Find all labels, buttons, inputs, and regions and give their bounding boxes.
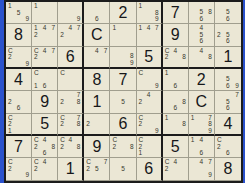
candidate-marks: C29 [6,158,31,179]
candidate-mark [112,60,119,67]
candidate-mark [48,61,55,66]
cell-r1c5[interactable]: 2 [110,2,136,24]
candidate-mark: 6 [198,16,205,23]
cell-r1c6[interactable]: 189 [137,2,163,24]
candidate-mark [152,150,159,157]
cell-r9c3[interactable] [58,181,84,183]
cell-r6c3[interactable]: C728 [58,114,84,136]
cell-r3c2[interactable]: C472 [32,47,58,69]
candidate-marks: 456 [189,24,214,45]
candidate-mark [60,38,67,44]
candidate-mark [41,172,48,178]
candidate-mark [86,172,93,178]
cell-r2c8[interactable]: 456 [189,24,215,46]
cell-value: 1 [223,49,232,65]
candidate-mark: 6 [198,150,205,157]
candidate-mark: 9 [205,128,212,135]
cell-value: 8 [14,27,23,43]
cell-r6c6[interactable]: C29 [137,114,163,136]
cell-value: 4 [223,116,232,132]
candidate-mark [191,150,198,157]
candidate-mark [112,172,119,178]
cell-r4c8[interactable]: 2 [189,69,215,91]
candidate-marks: C4286 [32,136,57,157]
candidate-mark [139,83,146,90]
cell-r1c7[interactable]: 7 [163,2,189,24]
candidate-mark [48,172,55,178]
candidate-mark [100,127,107,133]
cell-r7c8[interactable]: 146 [189,136,215,158]
cell-r7c2[interactable]: C4286 [32,136,58,158]
candidate-marks: C29 [137,114,161,134]
cell-r7c7[interactable]: 5 [163,136,189,158]
candidate-mark [232,16,239,23]
cell-r4c6[interactable]: C9 [137,69,163,91]
candidate-mark: 6 [172,83,179,90]
candidate-mark [139,128,146,135]
candidate-mark [145,38,152,44]
cell-value: C [196,94,208,110]
candidate-mark [15,61,22,68]
cell-r5c1[interactable]: 26 [6,91,32,113]
candidate-mark [34,38,41,44]
candidate-mark [48,16,55,22]
candidate-marks: 472 [58,24,82,45]
candidate-marks: 256 [215,24,241,45]
candidate-mark [34,61,41,66]
cell-r4c2[interactable]: C16 [32,69,58,91]
candidate-mark [139,38,146,44]
candidate-marks: 479 [189,158,214,179]
candidate-marks: 756 [215,91,241,112]
cell-value: 5 [40,116,49,132]
cell-r8c9[interactable]: 8 [215,158,241,180]
candidate-mark [145,105,152,111]
candidate-mark [145,128,152,135]
candidate-marks: 18 [163,114,188,134]
cell-r9c2[interactable] [32,181,58,183]
candidate-mark [198,172,205,179]
candidate-mark: 9 [232,83,239,90]
cell-r5c8[interactable]: C [189,91,215,113]
cell-r6c5[interactable]: 6 [110,114,136,136]
candidate-mark [41,38,48,44]
cell-value: 9 [171,27,180,43]
candidate-mark [74,128,81,133]
candidate-mark [191,16,198,23]
candidate-marks: 9 [58,2,82,23]
candidate-mark [217,83,224,90]
cell-r8c6[interactable]: 6 [137,158,163,180]
candidate-mark [179,61,186,66]
candidate-mark [8,105,15,112]
candidate-mark [67,150,74,156]
candidate-marks: C728 [58,114,82,134]
candidate-marks: 48 [189,47,214,67]
candidate-mark [74,105,81,111]
candidate-mark [60,16,67,23]
candidate-mark [86,60,93,66]
cell-r5c6[interactable]: 42 [137,91,163,113]
candidate-marks: 159 [6,2,31,23]
candidate-marks: C9 [137,69,161,90]
candidate-mark [172,172,179,178]
cell-value: 5 [144,49,153,65]
cell-r6c8[interactable]: 1789 [189,114,215,136]
candidate-mark [112,38,119,44]
candidate-mark [172,128,179,133]
cell-r8c1[interactable]: C29 [6,158,32,180]
cell-value: 2 [197,72,206,88]
candidate-mark: 6 [41,150,48,157]
candidate-marks: C21 [6,114,31,134]
cell-r2c3[interactable]: 472 [58,24,84,46]
candidate-mark: 6 [198,38,205,45]
candidate-marks: 86 [163,91,188,112]
candidate-mark [152,105,159,111]
cell-r5c3[interactable]: 728 [58,91,84,113]
candidate-marks: 189 [137,2,161,23]
candidate-mark [67,105,74,111]
candidate-mark [127,172,134,178]
candidate-mark [191,61,198,66]
cell-r9c6[interactable] [137,181,163,183]
candidate-mark [60,150,67,156]
candidate-marks: 5 [110,158,135,179]
candidate-mark: 9 [152,128,159,135]
candidate-mark [145,150,152,157]
candidate-mark [86,127,93,133]
candidate-marks: 146 [189,136,214,157]
candidate-mark: 9 [127,60,134,67]
candidate-mark [100,172,107,178]
sudoku-board: 159196218975865681472472C11479456256C29C… [4,0,243,183]
cell-r5c7[interactable]: 86 [163,91,189,113]
candidate-mark [8,61,15,68]
candidate-marks: 147 [137,24,161,45]
cell-r1c8[interactable]: 586 [189,2,215,24]
cell-r6c7[interactable]: 18 [163,114,189,136]
candidate-marks: 1472 [32,24,57,45]
cell-r4c5[interactable]: 7 [110,69,136,91]
candidate-mark [86,16,93,23]
cell-value: 9 [40,94,49,110]
candidate-mark [119,172,126,178]
candidate-mark: 6 [224,105,231,112]
candidate-mark [15,16,22,23]
cell-r3c3[interactable]: 6 [58,47,84,69]
cell-r4c4[interactable]: 8 [84,69,110,91]
candidate-marks: C16 [32,69,57,90]
cell-value: C [91,27,103,43]
cell-r1c4[interactable]: 6 [84,2,110,24]
cell-r9c1[interactable] [6,181,32,183]
candidate-mark [119,60,126,67]
cell-r2c2[interactable]: 1472 [32,24,58,46]
candidate-mark [67,83,74,89]
cell-r1c2[interactable]: 1 [32,2,58,24]
cell-r5c5[interactable]: 5 [110,91,136,113]
candidate-mark: 9 [152,83,159,90]
cell-r2c7[interactable]: 9 [163,24,189,46]
candidate-mark [41,61,48,66]
candidate-mark: 6 [224,83,231,90]
candidate-mark [74,38,81,44]
candidate-mark [179,128,186,133]
candidate-marks: C42 [163,158,188,179]
candidate-mark [165,128,172,133]
cell-r6c4[interactable]: 2 [84,114,110,136]
candidate-mark [67,16,74,23]
candidate-mark [127,150,134,156]
candidate-mark [191,172,198,179]
candidate-mark [34,150,41,157]
cell-value: 7 [119,72,128,88]
candidate-mark: 9 [205,172,212,179]
cell-r7c4[interactable]: 9 [84,136,110,158]
candidate-marks: C28 [110,136,135,157]
candidate-mark [205,150,212,157]
cell-r9c9[interactable] [215,181,241,183]
cell-r5c4[interactable]: 1 [84,91,110,113]
cell-value: 7 [14,139,23,155]
candidate-mark [217,38,224,45]
cell-value: 8 [92,72,101,88]
cell-r7c6[interactable]: C21 [137,136,163,158]
cell-r4c3[interactable]: C [58,69,84,91]
cell-value: 1 [92,94,101,110]
candidate-mark: 6 [93,16,100,23]
cell-r2c1[interactable]: 8 [6,24,32,46]
candidate-mark [22,105,29,112]
cell-r9c4[interactable] [84,181,110,183]
candidate-mark [93,127,100,133]
candidate-mark [165,61,172,66]
candidate-mark [198,128,205,135]
cell-r2c9[interactable]: 256 [215,24,241,46]
cell-r5c9[interactable]: 756 [215,91,241,113]
candidate-marks: 586 [189,2,214,23]
cell-r3c9[interactable]: 1 [215,47,241,69]
candidate-mark [74,150,81,156]
candidate-mark [139,16,146,23]
cell-r8c7[interactable]: C42 [163,158,189,180]
candidate-mark [93,60,100,66]
candidate-mark [217,150,224,157]
cell-r7c9[interactable]: C26 [215,136,241,158]
cell-r2c6[interactable]: 147 [137,24,163,46]
candidate-mark: 6 [224,150,231,157]
cell-r7c1[interactable]: 7 [6,136,32,158]
candidate-mark [191,128,198,135]
candidate-mark [232,105,239,112]
candidate-mark [165,105,172,112]
candidate-marks: 26 [6,91,31,112]
candidate-marks: 56 [215,2,241,23]
cell-r2c4[interactable]: C [84,24,110,46]
candidate-marks: 47 [84,47,109,67]
cell-r5c2[interactable]: 9 [32,91,58,113]
candidate-mark [127,38,134,44]
candidate-mark [67,128,74,133]
candidate-mark [93,172,100,178]
candidate-mark: 9 [152,16,159,23]
candidate-mark [145,16,152,23]
sudoku-grid: 159196218975865681472472C11479456256C29C… [6,2,241,183]
candidate-marks: C26 [215,136,241,157]
candidate-mark [67,38,74,44]
candidate-mark [74,83,81,89]
candidate-marks: 1 [32,2,57,23]
candidate-marks: C29 [6,47,31,67]
candidate-mark: 9 [22,16,29,23]
cell-value: 2 [119,5,128,21]
candidate-marks: 728 [58,91,82,112]
candidate-mark [179,83,186,90]
candidate-mark [34,16,41,22]
cell-r1c1[interactable]: 159 [6,2,32,24]
cell-r4c7[interactable]: 16 [163,69,189,91]
candidate-mark [217,16,224,23]
candidate-marks: 569 [215,69,241,90]
candidate-mark [198,61,205,66]
candidate-mark: 6 [41,83,48,90]
candidate-mark [217,105,224,112]
candidate-mark [152,38,159,44]
candidate-mark [34,172,41,178]
candidate-mark: 9 [22,61,29,68]
candidate-mark: 1 [139,150,146,157]
cell-value: 8 [223,161,232,177]
cell-r3c1[interactable]: C29 [6,47,32,69]
cell-r4c9[interactable]: 569 [215,69,241,91]
candidate-marks: C21 [137,136,161,157]
candidate-mark [8,172,15,179]
cell-value: 1 [66,161,75,177]
candidate-marks: 6 [84,2,109,23]
candidate-mark [15,128,22,135]
candidate-marks: 16 [163,69,188,90]
cell-r3c8[interactable]: 48 [189,47,215,69]
candidate-mark [100,60,107,66]
cell-r8c4[interactable]: C725 [84,158,110,180]
candidate-mark: 1 [34,83,41,90]
cell-value: 9 [92,139,101,155]
candidate-mark: 6 [172,105,179,112]
candidate-mark [205,61,212,66]
candidate-mark [139,105,146,111]
cell-r6c2[interactable]: 5 [32,114,58,136]
candidate-mark [232,150,239,157]
candidate-marks: C428 [163,47,188,67]
candidate-mark [205,38,212,45]
candidate-mark [60,83,67,89]
candidate-mark [112,105,119,111]
cell-value: 6 [66,49,75,65]
cell-value: 7 [171,5,180,21]
cell-r9c5[interactable] [110,181,136,183]
candidate-marks: 1 [110,24,135,45]
candidate-marks: C472 [32,47,57,67]
candidate-mark: 1 [8,128,15,135]
candidate-mark [60,128,67,133]
candidate-mark [119,38,126,44]
cell-r9c8[interactable] [189,181,215,183]
candidate-mark: 9 [22,172,29,179]
candidate-marks: C428 [58,136,82,157]
candidate-mark [60,105,67,111]
candidate-mark [165,83,172,90]
cell-r7c5[interactable]: C28 [110,136,136,158]
cell-r3c4[interactable]: 47 [84,47,110,69]
candidate-mark: 6 [224,38,231,45]
candidate-mark: 9 [74,16,81,23]
cell-r8c5[interactable]: 5 [110,158,136,180]
cell-value: 4 [14,72,23,88]
candidate-mark: 6 [15,105,22,112]
cell-r2c5[interactable]: 1 [110,24,136,46]
cell-r3c7[interactable]: C428 [163,47,189,69]
candidate-mark [232,38,239,45]
candidate-mark [205,16,212,23]
candidate-marks: 5 [110,91,135,112]
candidate-mark [172,61,179,66]
cell-r3c5[interactable]: 89 [110,47,136,69]
candidate-marks: C [58,69,82,90]
candidate-marks: C725 [84,158,109,179]
cell-r4c1[interactable]: 4 [6,69,32,91]
cell-r1c3[interactable]: 9 [58,2,84,24]
cell-r7c3[interactable]: C428 [58,136,84,158]
candidate-mark [127,105,134,111]
cell-value: 6 [144,161,153,177]
candidate-mark [179,105,186,112]
cell-r6c1[interactable]: C21 [6,114,32,136]
candidate-mark [15,172,22,179]
cell-r9c7[interactable] [163,181,189,183]
cell-value: 5 [171,139,180,155]
candidate-marks: 2 [84,114,109,134]
candidate-marks: 42 [137,91,161,112]
candidate-marks: 89 [110,47,135,67]
candidate-marks: 1789 [189,114,214,134]
candidate-mark [165,172,172,178]
candidate-mark [112,150,119,156]
candidate-marks: C42 [32,158,57,179]
cell-r3c6[interactable]: 5 [137,47,163,69]
cell-r8c2[interactable]: C42 [32,158,58,180]
candidate-mark [191,38,198,45]
candidate-mark [100,16,107,23]
candidate-mark [48,150,55,157]
candidate-mark [22,128,29,135]
cell-r6c9[interactable]: 4 [215,114,241,136]
cell-r8c8[interactable]: 479 [189,158,215,180]
candidate-mark [119,105,126,111]
cell-value: 6 [119,116,128,132]
candidate-mark [8,16,15,23]
candidate-mark [48,83,55,90]
candidate-mark [145,83,152,90]
candidate-mark: 6 [224,16,231,23]
candidate-mark [179,172,186,178]
candidate-mark [119,150,126,156]
cell-r8c3[interactable]: 1 [58,158,84,180]
candidate-mark [48,38,55,44]
candidate-mark [41,16,48,22]
cell-r1c9[interactable]: 56 [215,2,241,24]
